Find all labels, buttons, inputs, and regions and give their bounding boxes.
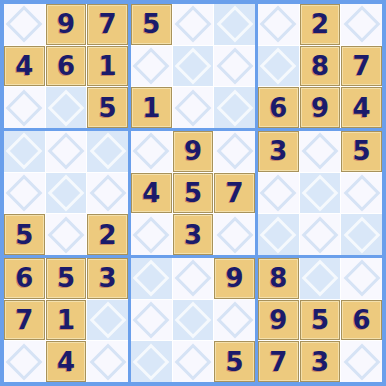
empty-cell-diamond-icon [89,175,126,212]
cell-r7c2: 5 [46,258,87,299]
cell-r8c4[interactable] [131,300,172,341]
cell-r9c6: 5 [214,341,255,382]
cell-r9c8: 3 [300,341,341,382]
cell-r7c3: 3 [87,258,128,299]
given-digit: 8 [269,265,287,291]
empty-cell-diamond-icon [216,48,253,85]
given-digit: 3 [184,222,202,248]
cell-r4c7: 3 [258,131,299,172]
box-2-3: 35 [258,131,382,255]
empty-cell-diamond-icon [133,133,170,170]
cell-r3c1[interactable] [4,87,45,128]
box-1-2: 51 [131,4,255,128]
cell-r8c2: 1 [46,300,87,341]
cell-r9c9[interactable] [341,341,382,382]
cell-r4c6[interactable] [214,131,255,172]
empty-cell-diamond-icon [302,260,339,297]
given-digit: 9 [57,11,75,37]
cell-r4c3[interactable] [87,131,128,172]
box-1-1: 974615 [4,4,128,128]
empty-cell-diamond-icon [133,343,170,380]
cell-r6c4[interactable] [131,214,172,255]
empty-cell-diamond-icon [343,175,380,212]
cell-r8c9: 6 [341,300,382,341]
cell-r8c8: 5 [300,300,341,341]
empty-cell-diamond-icon [6,89,43,126]
given-digit: 7 [15,307,33,333]
empty-cell-diamond-icon [48,89,85,126]
empty-cell-diamond-icon [175,343,212,380]
cell-r7c1: 6 [4,258,45,299]
cell-r2c1: 4 [4,46,45,87]
cell-r4c2[interactable] [46,131,87,172]
empty-cell-diamond-icon [89,343,126,380]
empty-cell-diamond-icon [175,302,212,339]
empty-cell-diamond-icon [133,260,170,297]
given-digit: 4 [353,95,371,121]
cell-r1c7[interactable] [258,4,299,45]
empty-cell-diamond-icon [48,175,85,212]
cell-r1c2: 9 [46,4,87,45]
empty-cell-diamond-icon [175,6,212,43]
box-3-3: 895673 [258,258,382,382]
given-digit: 5 [353,138,371,164]
empty-cell-diamond-icon [216,216,253,253]
cell-r4c8[interactable] [300,131,341,172]
cell-r8c1: 7 [4,300,45,341]
sudoku-board: 9746155128769452945733565371495895673 [0,0,386,386]
given-digit: 7 [269,349,287,375]
empty-cell-diamond-icon [260,48,297,85]
cell-r3c5[interactable] [173,87,214,128]
cell-r1c6[interactable] [214,4,255,45]
cell-r7c7: 8 [258,258,299,299]
given-digit: 2 [311,11,329,37]
cell-r6c8[interactable] [300,214,341,255]
cell-r4c5: 9 [173,131,214,172]
cell-r9c7: 7 [258,341,299,382]
empty-cell-diamond-icon [6,175,43,212]
cell-r5c4: 4 [131,173,172,214]
empty-cell-diamond-icon [260,175,297,212]
cell-r9c2: 4 [46,341,87,382]
cell-r4c9: 5 [341,131,382,172]
cell-r5c2[interactable] [46,173,87,214]
empty-cell-diamond-icon [133,302,170,339]
box-2-2: 94573 [131,131,255,255]
given-digit: 3 [311,349,329,375]
cell-r5c7[interactable] [258,173,299,214]
cell-r2c5[interactable] [173,46,214,87]
cell-r4c4[interactable] [131,131,172,172]
given-digit: 5 [184,180,202,206]
cell-r9c5[interactable] [173,341,214,382]
empty-cell-diamond-icon [133,48,170,85]
empty-cell-diamond-icon [343,260,380,297]
cell-r6c3: 2 [87,214,128,255]
cell-r7c4[interactable] [131,258,172,299]
cell-r5c3[interactable] [87,173,128,214]
cell-r2c3: 1 [87,46,128,87]
cell-r8c7: 9 [258,300,299,341]
cell-r8c6[interactable] [214,300,255,341]
cell-r1c8: 2 [300,4,341,45]
given-digit: 4 [15,53,33,79]
cell-r2c9: 7 [341,46,382,87]
given-digit: 5 [311,307,329,333]
cell-r8c3[interactable] [87,300,128,341]
cell-r2c7[interactable] [258,46,299,87]
empty-cell-diamond-icon [216,89,253,126]
given-digit: 3 [99,265,117,291]
given-digit: 7 [99,11,117,37]
empty-cell-diamond-icon [175,260,212,297]
empty-cell-diamond-icon [89,133,126,170]
cell-r2c6[interactable] [214,46,255,87]
given-digit: 6 [353,307,371,333]
given-digit: 9 [184,138,202,164]
empty-cell-diamond-icon [48,133,85,170]
given-digit: 3 [269,138,287,164]
given-digit: 7 [226,180,244,206]
given-digit: 1 [57,307,75,333]
empty-cell-diamond-icon [175,89,212,126]
empty-cell-diamond-icon [175,48,212,85]
given-digit: 8 [311,53,329,79]
cell-r6c9[interactable] [341,214,382,255]
cell-r7c9[interactable] [341,258,382,299]
cell-r7c5[interactable] [173,258,214,299]
given-digit: 6 [57,53,75,79]
box-2-1: 52 [4,131,128,255]
empty-cell-diamond-icon [133,216,170,253]
cell-r6c7[interactable] [258,214,299,255]
box-1-3: 287694 [258,4,382,128]
cell-r1c9[interactable] [341,4,382,45]
cell-r1c3: 7 [87,4,128,45]
empty-cell-diamond-icon [216,133,253,170]
cell-r5c9[interactable] [341,173,382,214]
cell-r5c5: 5 [173,173,214,214]
given-digit: 5 [57,265,75,291]
given-digit: 9 [311,95,329,121]
empty-cell-diamond-icon [6,343,43,380]
given-digit: 7 [353,53,371,79]
empty-cell-diamond-icon [302,133,339,170]
empty-cell-diamond-icon [343,343,380,380]
cell-r1c1[interactable] [4,4,45,45]
cell-r3c2[interactable] [46,87,87,128]
cell-r1c4: 5 [131,4,172,45]
empty-cell-diamond-icon [216,6,253,43]
empty-cell-diamond-icon [6,133,43,170]
cell-r2c8: 8 [300,46,341,87]
empty-cell-diamond-icon [343,6,380,43]
cell-r7c6: 9 [214,258,255,299]
given-digit: 4 [57,349,75,375]
given-digit: 5 [226,349,244,375]
empty-cell-diamond-icon [89,302,126,339]
empty-cell-diamond-icon [343,216,380,253]
cell-r3c8: 9 [300,87,341,128]
given-digit: 6 [15,265,33,291]
given-digit: 9 [269,307,287,333]
cell-r7c8[interactable] [300,258,341,299]
cell-r3c6[interactable] [214,87,255,128]
empty-cell-diamond-icon [302,175,339,212]
cell-r1c5[interactable] [173,4,214,45]
cell-r9c4[interactable] [131,341,172,382]
board-grid: 9746155128769452945733565371495895673 [4,4,382,382]
given-digit: 6 [269,95,287,121]
given-digit: 5 [142,11,160,37]
cell-r2c4[interactable] [131,46,172,87]
given-digit: 2 [99,222,117,248]
cell-r6c6[interactable] [214,214,255,255]
cell-r5c1[interactable] [4,173,45,214]
cell-r9c3[interactable] [87,341,128,382]
empty-cell-diamond-icon [302,216,339,253]
given-digit: 4 [142,180,160,206]
cell-r3c7: 6 [258,87,299,128]
given-digit: 1 [142,95,160,121]
cell-r4c1[interactable] [4,131,45,172]
empty-cell-diamond-icon [6,6,43,43]
cell-r5c6: 7 [214,173,255,214]
empty-cell-diamond-icon [48,216,85,253]
box-3-2: 95 [131,258,255,382]
cell-r6c2[interactable] [46,214,87,255]
empty-cell-diamond-icon [260,216,297,253]
cell-r6c1: 5 [4,214,45,255]
cell-r9c1[interactable] [4,341,45,382]
empty-cell-diamond-icon [216,302,253,339]
cell-r8c5[interactable] [173,300,214,341]
given-digit: 5 [99,95,117,121]
given-digit: 5 [15,222,33,248]
given-digit: 1 [99,53,117,79]
cell-r3c4: 1 [131,87,172,128]
cell-r2c2: 6 [46,46,87,87]
box-3-1: 653714 [4,258,128,382]
cell-r3c9: 4 [341,87,382,128]
cell-r6c5: 3 [173,214,214,255]
empty-cell-diamond-icon [260,6,297,43]
cell-r3c3: 5 [87,87,128,128]
cell-r5c8[interactable] [300,173,341,214]
given-digit: 9 [226,265,244,291]
